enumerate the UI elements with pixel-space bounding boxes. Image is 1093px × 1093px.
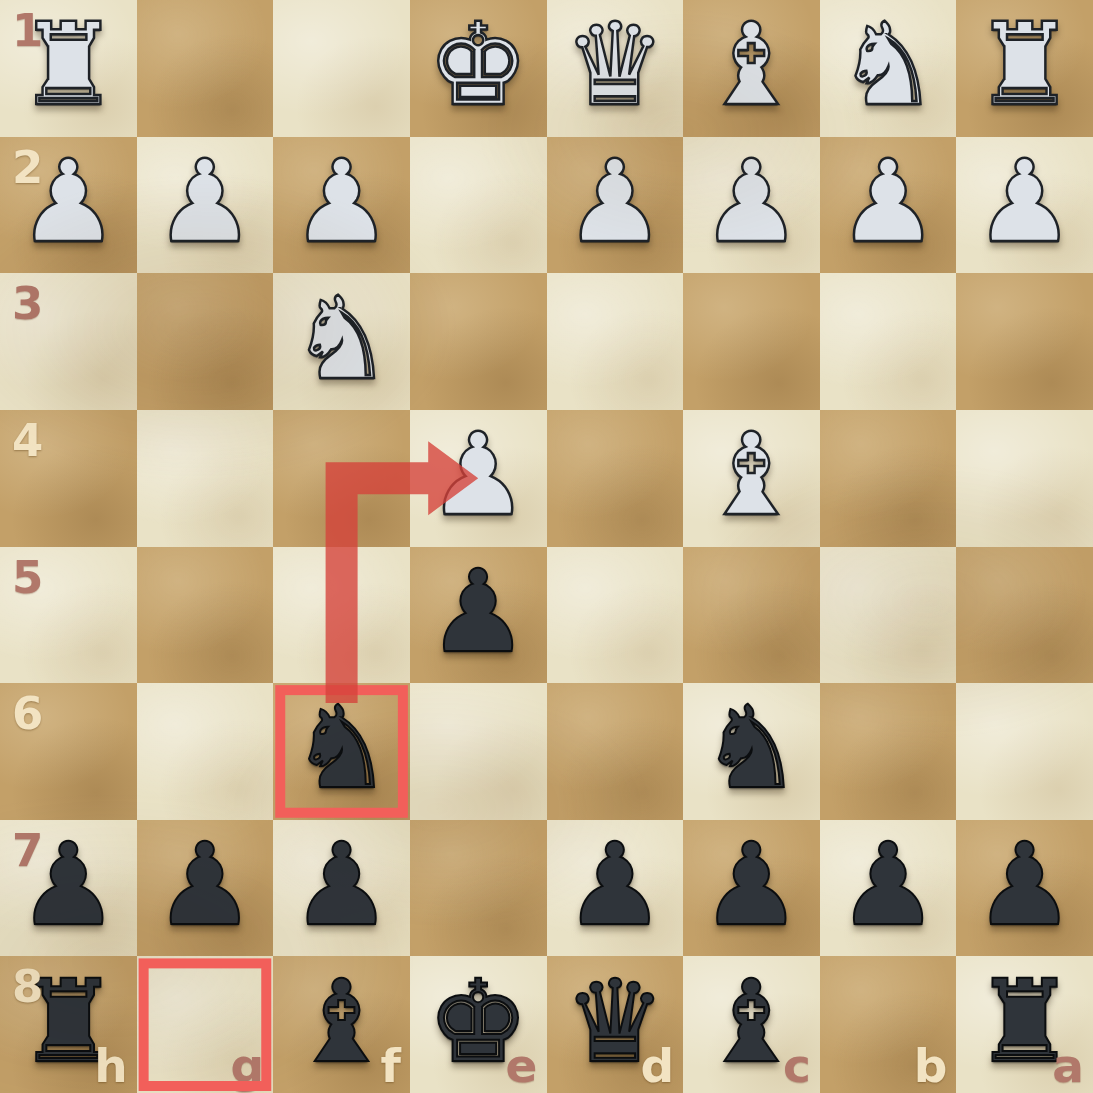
square-d7[interactable]: ♟ (547, 820, 684, 957)
square-d2[interactable]: ♟ (547, 137, 684, 274)
square-h1[interactable]: ♜1 (0, 0, 137, 137)
white-pawn-a2: ♟ (974, 145, 1076, 259)
square-g3[interactable] (137, 273, 274, 410)
white-pawn-g2: ♟ (154, 145, 256, 259)
square-c2[interactable]: ♟ (683, 137, 820, 274)
square-f4[interactable] (273, 410, 410, 547)
black-knight-c6: ♞ (700, 691, 802, 805)
chess-app: ♜1♚♛♝♞♜♟2♟♟♟♟♟♟3♞4♟♝5♟6♞♞♟7♟♟♟♟♟♟♜8hg♝f♚… (0, 0, 1093, 1093)
white-pawn-c2: ♟ (700, 145, 802, 259)
square-g1[interactable] (137, 0, 274, 137)
white-bishop-c4: ♝ (700, 418, 802, 532)
square-b1[interactable]: ♞ (820, 0, 957, 137)
square-g4[interactable] (137, 410, 274, 547)
white-pawn-d2: ♟ (564, 145, 666, 259)
square-a2[interactable]: ♟ (956, 137, 1093, 274)
black-pawn-d7: ♟ (564, 828, 666, 942)
square-a8[interactable]: ♜a (956, 956, 1093, 1093)
square-h3[interactable]: 3 (0, 273, 137, 410)
square-d3[interactable] (547, 273, 684, 410)
file-label-c: c (783, 1038, 811, 1093)
square-a5[interactable] (956, 547, 1093, 684)
square-d4[interactable] (547, 410, 684, 547)
square-e4[interactable]: ♟ (410, 410, 547, 547)
square-c4[interactable]: ♝ (683, 410, 820, 547)
square-f7[interactable]: ♟ (273, 820, 410, 957)
square-d6[interactable] (547, 683, 684, 820)
file-label-d: d (640, 1038, 674, 1093)
square-d8[interactable]: ♛d (547, 956, 684, 1093)
file-label-a: a (1052, 1038, 1084, 1093)
square-d1[interactable]: ♛ (547, 0, 684, 137)
square-a3[interactable] (956, 273, 1093, 410)
white-knight-f3: ♞ (290, 282, 392, 396)
square-f2[interactable]: ♟ (273, 137, 410, 274)
white-bishop-c1: ♝ (700, 8, 802, 122)
square-b3[interactable] (820, 273, 957, 410)
square-e3[interactable] (410, 273, 547, 410)
square-h5[interactable]: 5 (0, 547, 137, 684)
rank-label-5: 5 (12, 551, 43, 604)
rank-label-4: 4 (12, 414, 43, 467)
square-e6[interactable] (410, 683, 547, 820)
square-h7[interactable]: ♟7 (0, 820, 137, 957)
square-b4[interactable] (820, 410, 957, 547)
white-pawn-f2: ♟ (290, 145, 392, 259)
square-h2[interactable]: ♟2 (0, 137, 137, 274)
black-bishop-f8: ♝ (290, 965, 392, 1079)
file-label-f: f (380, 1038, 400, 1093)
square-f5[interactable] (273, 547, 410, 684)
square-h8[interactable]: ♜8h (0, 956, 137, 1093)
file-label-g: g (231, 1038, 265, 1093)
square-e2[interactable] (410, 137, 547, 274)
square-f1[interactable] (273, 0, 410, 137)
rank-label-2: 2 (12, 141, 43, 194)
square-c7[interactable]: ♟ (683, 820, 820, 957)
square-b7[interactable]: ♟ (820, 820, 957, 957)
black-knight-f6: ♞ (290, 691, 392, 805)
square-b2[interactable]: ♟ (820, 137, 957, 274)
square-g7[interactable]: ♟ (137, 820, 274, 957)
white-pawn-e4: ♟ (427, 418, 529, 532)
square-h6[interactable]: 6 (0, 683, 137, 820)
square-b6[interactable] (820, 683, 957, 820)
square-b5[interactable] (820, 547, 957, 684)
file-label-h: h (94, 1038, 127, 1093)
rank-label-7: 7 (12, 824, 43, 877)
square-e5[interactable]: ♟ (410, 547, 547, 684)
square-a7[interactable]: ♟ (956, 820, 1093, 957)
square-g5[interactable] (137, 547, 274, 684)
black-pawn-f7: ♟ (290, 828, 392, 942)
square-f3[interactable]: ♞ (273, 273, 410, 410)
square-a1[interactable]: ♜ (956, 0, 1093, 137)
square-e8[interactable]: ♚e (410, 956, 547, 1093)
square-c6[interactable]: ♞ (683, 683, 820, 820)
square-d5[interactable] (547, 547, 684, 684)
black-pawn-a7: ♟ (974, 828, 1076, 942)
square-b8[interactable]: b (820, 956, 957, 1093)
black-pawn-g7: ♟ (154, 828, 256, 942)
square-g6[interactable] (137, 683, 274, 820)
square-a6[interactable] (956, 683, 1093, 820)
square-c1[interactable]: ♝ (683, 0, 820, 137)
rank-label-1: 1 (12, 4, 43, 57)
rank-label-3: 3 (12, 277, 43, 330)
square-f6[interactable]: ♞ (273, 683, 410, 820)
file-label-b: b (914, 1038, 948, 1093)
black-pawn-b7: ♟ (837, 828, 939, 942)
square-c5[interactable] (683, 547, 820, 684)
chess-board: ♜1♚♛♝♞♜♟2♟♟♟♟♟♟3♞4♟♝5♟6♞♞♟7♟♟♟♟♟♟♜8hg♝f♚… (0, 0, 1093, 1093)
square-h4[interactable]: 4 (0, 410, 137, 547)
square-e7[interactable] (410, 820, 547, 957)
white-king-e1: ♚ (427, 8, 529, 122)
rank-label-8: 8 (12, 960, 43, 1013)
rank-label-6: 6 (12, 687, 43, 740)
square-g8[interactable]: g (137, 956, 274, 1093)
square-g2[interactable]: ♟ (137, 137, 274, 274)
black-pawn-c7: ♟ (700, 828, 802, 942)
square-e1[interactable]: ♚ (410, 0, 547, 137)
white-queen-d1: ♛ (564, 8, 666, 122)
square-c3[interactable] (683, 273, 820, 410)
file-label-e: e (506, 1038, 538, 1093)
black-pawn-e5: ♟ (427, 555, 529, 669)
white-knight-b1: ♞ (837, 8, 939, 122)
square-f8[interactable]: ♝f (273, 956, 410, 1093)
white-rook-a1: ♜ (974, 8, 1076, 122)
square-c8[interactable]: ♝c (683, 956, 820, 1093)
square-a4[interactable] (956, 410, 1093, 547)
white-pawn-b2: ♟ (837, 145, 939, 259)
